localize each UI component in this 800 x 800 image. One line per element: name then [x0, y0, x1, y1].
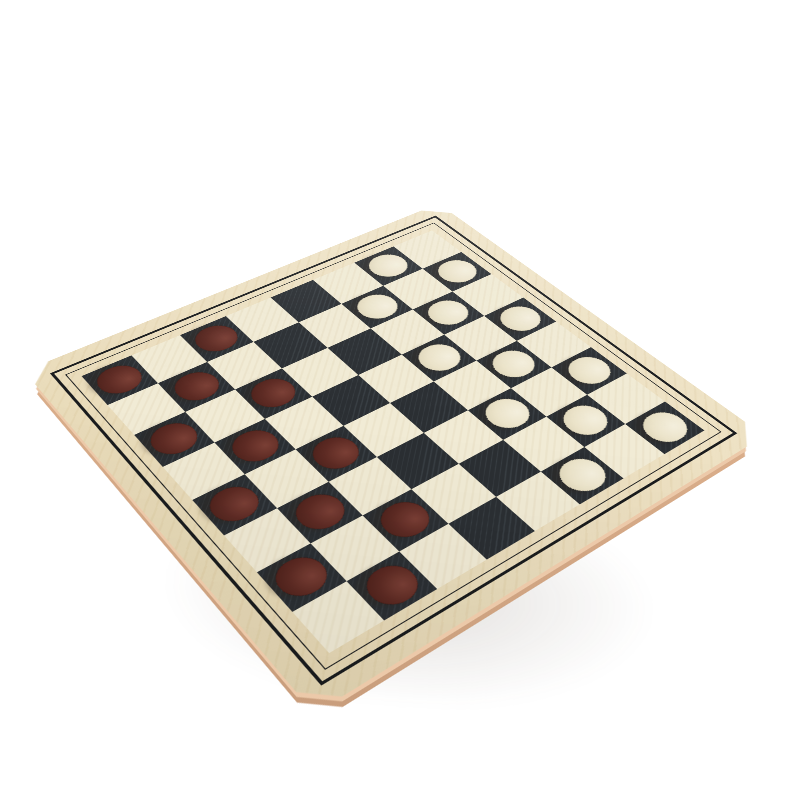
checkers-board — [24, 204, 765, 714]
board-grid — [82, 230, 705, 653]
product-photo — [0, 0, 800, 800]
board-surface — [24, 204, 765, 714]
perspective-scene — [0, 0, 800, 800]
